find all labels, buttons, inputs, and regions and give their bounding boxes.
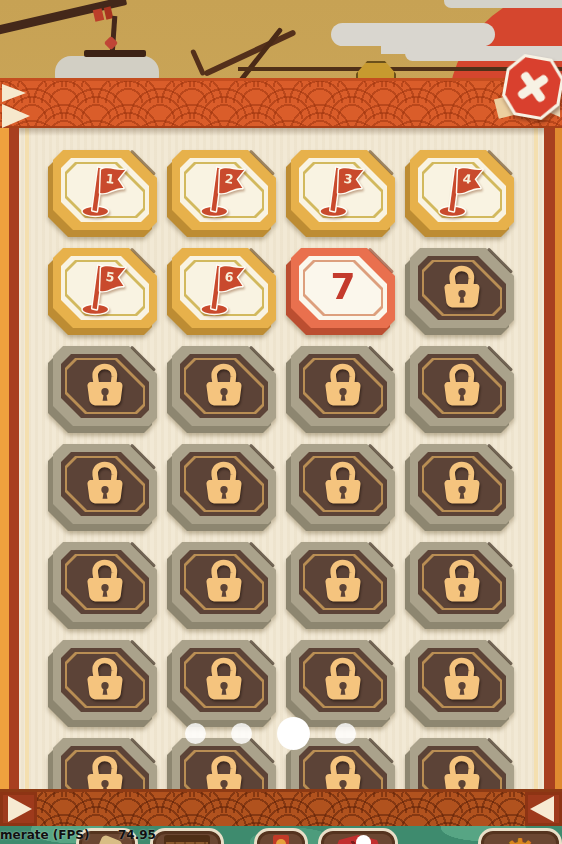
panel-frame-right (544, 128, 555, 789)
footer-frame (0, 789, 562, 826)
header-banner (0, 78, 562, 128)
level-select-panel: 1 2 3 4 5 (0, 128, 562, 789)
banner-ribbon-tail (2, 84, 26, 102)
level-tile-14-locked (172, 444, 276, 524)
game-screen: 1 2 3 4 5 (0, 0, 562, 844)
completed-flag-icon: 1 (74, 159, 136, 221)
level-tile-16-locked (410, 444, 514, 524)
completed-flag-icon: 4 (431, 159, 493, 221)
lock-icon (79, 752, 131, 789)
level-tile-7-current[interactable]: 7 (291, 248, 395, 328)
level-tile-4-completed[interactable]: 4 (410, 150, 514, 230)
level-tile-13-locked (53, 444, 157, 524)
nav-settings-gear-button[interactable]: ⚙ (478, 828, 562, 844)
level-tile-1-completed[interactable]: 1 (53, 150, 157, 230)
completed-flag-icon: 6 (193, 257, 255, 319)
settings-gear-icon: ⚙ (500, 835, 539, 844)
lock-icon (317, 752, 369, 789)
lock-icon (198, 654, 250, 706)
lock-icon (436, 262, 488, 314)
cloud-decoration (444, 0, 562, 8)
lock-icon (317, 360, 369, 412)
lock-icon (198, 556, 250, 608)
page-dot-2[interactable] (231, 723, 252, 744)
lock-icon (436, 360, 488, 412)
panel-frame-left (9, 128, 19, 789)
level-tile-8-locked (410, 248, 514, 328)
level-tile-11-locked (291, 346, 395, 426)
level-grid: 1 2 3 4 5 (53, 150, 515, 789)
level-tile-3-completed[interactable]: 3 (291, 150, 395, 230)
lock-icon (436, 556, 488, 608)
crane-bar-decoration (84, 50, 146, 57)
lock-icon (79, 556, 131, 608)
level-tile-21-locked (53, 640, 157, 720)
banner-ribbon-tail (2, 104, 30, 128)
close-button[interactable] (499, 51, 562, 122)
next-page-arrow[interactable] (530, 796, 554, 822)
level-tile-6-completed[interactable]: 6 (172, 248, 276, 328)
svg-text:3: 3 (343, 171, 354, 187)
panel-top-shadow (0, 128, 562, 136)
level-tile-5-completed[interactable]: 5 (53, 248, 157, 328)
notification-dot (356, 835, 371, 844)
page-indicator (185, 716, 356, 750)
level-tile-15-locked (291, 444, 395, 524)
lock-icon (198, 360, 250, 412)
lock-icon (79, 654, 131, 706)
page-dot-3-active[interactable] (277, 717, 310, 750)
branch-decoration (190, 49, 206, 77)
lock-icon (317, 654, 369, 706)
lock-icon (79, 458, 131, 510)
panel-frame-right (555, 128, 562, 789)
level-tile-10-locked (172, 346, 276, 426)
level-tile-19-locked (291, 542, 395, 622)
crane-joint-decoration (104, 36, 118, 50)
completed-flag-icon: 3 (312, 159, 374, 221)
lock-icon (198, 752, 250, 789)
lock-icon (317, 556, 369, 608)
svg-text:5: 5 (105, 269, 116, 285)
cloud-decoration (331, 23, 495, 46)
level-tile-23-locked (291, 640, 395, 720)
svg-text:2: 2 (224, 171, 235, 187)
svg-text:1: 1 (105, 171, 116, 187)
nav-flag-banner-button[interactable] (254, 828, 308, 844)
level-tile-18-locked (172, 542, 276, 622)
level-tile-25-locked (53, 738, 157, 789)
lock-icon (436, 654, 488, 706)
panel-frame-left (0, 128, 9, 789)
lock-icon (79, 360, 131, 412)
level-tile-9-locked (53, 346, 157, 426)
lock-icon (198, 458, 250, 510)
level-tile-22-locked (172, 640, 276, 720)
level-tile-24-locked (410, 640, 514, 720)
fps-overlay: amerate (FPS) 74.95 (0, 828, 89, 842)
level-tile-2-completed[interactable]: 2 (172, 150, 276, 230)
hut-shop-icon (164, 835, 210, 844)
fps-value: 74.95 (118, 828, 156, 842)
level-tile-28-locked (410, 738, 514, 789)
current-level-number: 7 (330, 266, 355, 307)
nav-hut-shop-button[interactable] (150, 828, 224, 844)
page-dot-1[interactable] (185, 723, 206, 744)
panel-stripe (534, 128, 538, 789)
panel-stripe (25, 128, 29, 789)
page-dot-4[interactable] (335, 723, 356, 744)
completed-flag-icon: 5 (74, 257, 136, 319)
fps-label: amerate (FPS) (0, 828, 89, 842)
level-tile-20-locked (410, 542, 514, 622)
lock-icon (317, 458, 369, 510)
prev-page-arrow[interactable] (8, 796, 32, 822)
level-tile-17-locked (53, 542, 157, 622)
level-tile-12-locked (410, 346, 514, 426)
lock-icon (436, 752, 488, 789)
completed-flag-icon: 2 (193, 159, 255, 221)
lock-icon (436, 458, 488, 510)
flag-banner-icon (273, 835, 289, 844)
